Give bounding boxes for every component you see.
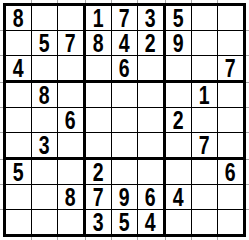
cell-r1c7[interactable]: 5 [166, 6, 192, 31]
cell-r4c3[interactable] [58, 83, 86, 108]
cell-r3c4[interactable] [86, 56, 112, 83]
cell-r7c1[interactable]: 5 [6, 160, 32, 185]
cell-r1c2[interactable] [32, 6, 58, 31]
cell-digit: 7 [225, 56, 236, 81]
cell-r8c6[interactable]: 6 [138, 185, 166, 210]
cell-digit: 5 [39, 31, 50, 56]
gridline-tick [246, 132, 249, 133]
cell-digit: 9 [173, 31, 184, 56]
cell-r7c3[interactable] [58, 160, 86, 185]
cell-r5c8[interactable] [192, 108, 218, 133]
cell-r1c5[interactable]: 7 [112, 6, 138, 31]
cell-r8c5[interactable]: 9 [112, 185, 138, 210]
cell-r8c3[interactable]: 8 [58, 185, 86, 210]
cell-r4c9[interactable] [218, 83, 243, 108]
cell-r8c2[interactable] [32, 185, 58, 210]
cell-r7c5[interactable] [112, 160, 138, 185]
cell-r3c1[interactable]: 4 [6, 56, 32, 83]
cell-digit: 1 [93, 6, 104, 31]
cell-r1c1[interactable]: 8 [6, 6, 32, 31]
cell-r1c3[interactable] [58, 6, 86, 31]
cell-digit: 5 [119, 210, 130, 234]
cell-r6c5[interactable] [112, 133, 138, 160]
gridline-tick [246, 55, 249, 56]
cell-r2c6[interactable]: 2 [138, 31, 166, 56]
cell-r2c7[interactable]: 9 [166, 31, 192, 56]
cell-r2c5[interactable]: 4 [112, 31, 138, 56]
cell-digit: 3 [145, 6, 156, 31]
cell-digit: 6 [225, 160, 236, 185]
cell-r2c9[interactable] [218, 31, 243, 56]
gridline-tick [246, 82, 249, 83]
cell-r6c8[interactable]: 7 [192, 133, 218, 160]
cell-r4c6[interactable] [138, 83, 166, 108]
cell-digit: 6 [145, 185, 156, 210]
gridline-tick [246, 30, 249, 31]
sudoku-board: 8173557842946781623752687964354 [3, 3, 246, 237]
cell-r8c1[interactable] [6, 185, 32, 210]
cell-r6c9[interactable] [218, 133, 243, 160]
cell-r2c8[interactable] [192, 31, 218, 56]
gridline-tick [246, 209, 249, 210]
cell-r1c6[interactable]: 3 [138, 6, 166, 31]
cell-r5c7[interactable]: 2 [166, 108, 192, 133]
cell-r3c6[interactable] [138, 56, 166, 83]
cell-r4c2[interactable]: 8 [32, 83, 58, 108]
cell-r6c2[interactable]: 3 [32, 133, 58, 160]
cell-digit: 7 [65, 31, 76, 56]
cell-r6c1[interactable] [6, 133, 32, 160]
cell-r7c7[interactable] [166, 160, 192, 185]
cell-r5c5[interactable] [112, 108, 138, 133]
cell-r2c1[interactable] [6, 31, 32, 56]
cell-r5c3[interactable]: 6 [58, 108, 86, 133]
cell-digit: 8 [65, 185, 76, 210]
cell-r7c4[interactable]: 2 [86, 160, 112, 185]
cell-digit: 7 [199, 133, 210, 158]
cell-r7c6[interactable] [138, 160, 166, 185]
cell-digit: 2 [93, 160, 104, 185]
cell-digit: 4 [173, 185, 184, 210]
cell-r5c1[interactable] [6, 108, 32, 133]
cell-r1c8[interactable] [192, 6, 218, 31]
cell-digit: 4 [13, 56, 24, 81]
cell-digit: 1 [199, 83, 210, 108]
cell-r9c5[interactable]: 5 [112, 210, 138, 234]
cell-digit: 3 [93, 210, 104, 234]
cell-r8c9[interactable] [218, 185, 243, 210]
cell-r6c7[interactable] [166, 133, 192, 160]
cell-r2c4[interactable]: 8 [86, 31, 112, 56]
cell-r9c4[interactable]: 3 [86, 210, 112, 234]
cell-digit: 7 [93, 185, 104, 210]
cell-r9c7[interactable] [166, 210, 192, 234]
cell-r7c8[interactable] [192, 160, 218, 185]
cell-r8c4[interactable]: 7 [86, 185, 112, 210]
cell-r3c7[interactable] [166, 56, 192, 83]
cell-r6c6[interactable] [138, 133, 166, 160]
cell-r4c5[interactable] [112, 83, 138, 108]
gridline-tick [246, 107, 249, 108]
cell-r8c8[interactable] [192, 185, 218, 210]
cell-r5c4[interactable] [86, 108, 112, 133]
cell-r5c9[interactable] [218, 108, 243, 133]
cell-digit: 4 [119, 31, 130, 56]
gridline-tick [246, 159, 249, 160]
cell-r3c5[interactable]: 6 [112, 56, 138, 83]
cell-r8c7[interactable]: 4 [166, 185, 192, 210]
cell-r6c4[interactable] [86, 133, 112, 160]
cell-r9c1[interactable] [6, 210, 32, 234]
cell-r9c2[interactable] [32, 210, 58, 234]
cell-digit: 2 [173, 108, 184, 133]
cell-r9c6[interactable]: 4 [138, 210, 166, 234]
cell-r7c2[interactable] [32, 160, 58, 185]
cell-digit: 5 [13, 160, 24, 185]
cell-r3c9[interactable]: 7 [218, 56, 243, 83]
cell-r9c9[interactable] [218, 210, 243, 234]
cell-r4c7[interactable] [166, 83, 192, 108]
cell-digit: 5 [173, 6, 184, 31]
cell-r5c6[interactable] [138, 108, 166, 133]
cell-digit: 4 [145, 210, 156, 234]
cell-r4c1[interactable] [6, 83, 32, 108]
cell-r1c9[interactable] [218, 6, 243, 31]
cell-digit: 9 [119, 185, 130, 210]
cell-r6c3[interactable] [58, 133, 86, 160]
cell-digit: 2 [145, 31, 156, 56]
cell-digit: 8 [93, 31, 104, 56]
cell-r2c2[interactable]: 5 [32, 31, 58, 56]
cell-r1c4[interactable]: 1 [86, 6, 112, 31]
cell-digit: 7 [119, 6, 130, 31]
cell-r3c3[interactable] [58, 56, 86, 83]
cell-r9c3[interactable] [58, 210, 86, 234]
cell-r4c8[interactable]: 1 [192, 83, 218, 108]
sudoku-page: 8173557842946781623752687964354 [0, 0, 249, 240]
cell-r3c2[interactable] [32, 56, 58, 83]
cell-r5c2[interactable] [32, 108, 58, 133]
cell-r2c3[interactable]: 7 [58, 31, 86, 56]
cell-digit: 8 [39, 83, 50, 108]
cell-digit: 6 [65, 108, 76, 133]
cell-r9c8[interactable] [192, 210, 218, 234]
cell-digit: 6 [119, 56, 130, 81]
cell-r3c8[interactable] [192, 56, 218, 83]
cell-digit: 3 [39, 133, 50, 158]
gridline-tick [246, 184, 249, 185]
cell-r7c9[interactable]: 6 [218, 160, 243, 185]
cell-r4c4[interactable] [86, 83, 112, 108]
cell-digit: 8 [13, 6, 24, 31]
